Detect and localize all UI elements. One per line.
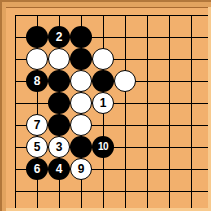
stone-white[interactable] (92, 48, 114, 70)
stone-black[interactable] (26, 26, 48, 48)
stone-move-number: 8 (34, 75, 41, 87)
stone-move-number: 9 (78, 163, 85, 175)
stone-move-number: 5 (34, 141, 41, 153)
go-board[interactable]: 28175310649 (0, 0, 211, 211)
stone-move-number: 7 (34, 119, 41, 131)
stone-move-number: 10 (98, 142, 108, 152)
grid-line-horizontal (15, 191, 208, 192)
stone-move-number: 2 (56, 31, 63, 43)
stone-black-move-8[interactable]: 8 (26, 70, 48, 92)
stone-white[interactable] (48, 48, 70, 70)
stone-white-move-7[interactable]: 7 (26, 114, 48, 136)
stone-white[interactable] (70, 70, 92, 92)
stone-black[interactable] (70, 48, 92, 70)
stone-white[interactable] (26, 48, 48, 70)
stone-black[interactable] (48, 70, 70, 92)
stone-white-move-3[interactable]: 3 (48, 136, 70, 158)
stone-black[interactable] (70, 136, 92, 158)
stone-black-move-10[interactable]: 10 (92, 136, 114, 158)
stone-white-move-1[interactable]: 1 (92, 92, 114, 114)
stone-black[interactable] (92, 70, 114, 92)
stone-white[interactable] (70, 92, 92, 114)
grid-line-vertical (15, 15, 16, 208)
stone-move-number: 3 (56, 141, 63, 153)
stone-white-move-9[interactable]: 9 (70, 158, 92, 180)
stone-black-move-4[interactable]: 4 (48, 158, 70, 180)
stone-move-number: 4 (56, 163, 63, 175)
stone-white[interactable] (70, 114, 92, 136)
stone-black[interactable] (48, 92, 70, 114)
stone-black[interactable] (48, 114, 70, 136)
stone-white-move-5[interactable]: 5 (26, 136, 48, 158)
grid-line-vertical (147, 15, 148, 208)
stone-black-move-6[interactable]: 6 (26, 158, 48, 180)
stone-move-number: 1 (100, 97, 107, 109)
stone-move-number: 6 (34, 163, 41, 175)
grid-line-vertical (169, 15, 170, 208)
stone-black[interactable] (70, 26, 92, 48)
grid-line-vertical (191, 15, 192, 208)
grid-line-horizontal (15, 15, 208, 16)
stone-black-move-2[interactable]: 2 (48, 26, 70, 48)
stone-white[interactable] (114, 70, 136, 92)
grid-line-vertical (125, 15, 126, 208)
go-board-diagram: 28175310649 (0, 0, 211, 211)
